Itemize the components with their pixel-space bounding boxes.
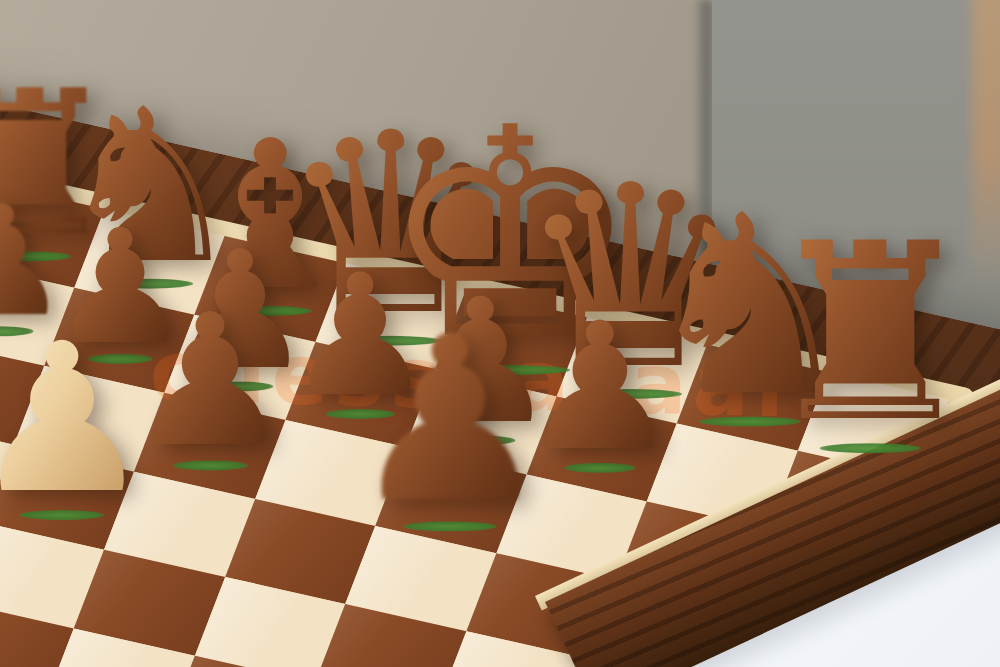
chess-product-photo: chessbazaar ♜♞♝♛♚♛♞♜♟♟♟♟♟♟♟♟♟ (0, 0, 1000, 667)
dark-rook-piece: ♜ (760, 218, 980, 451)
light-pawn-piece: ♟ (0, 322, 154, 518)
dark-pawn-piece: ♟ (348, 312, 552, 529)
pieces-layer: ♜♞♝♛♚♛♞♜♟♟♟♟♟♟♟♟♟ (0, 0, 1000, 667)
